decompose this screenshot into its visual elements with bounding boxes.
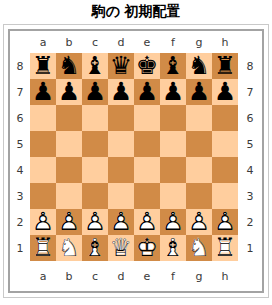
square-b4 bbox=[56, 157, 82, 183]
piece-black-knight-g8: ♞ bbox=[188, 53, 210, 79]
file-label-bottom-b: b bbox=[56, 261, 82, 291]
square-e2: ♟♙ bbox=[134, 209, 160, 235]
square-e5 bbox=[134, 131, 160, 157]
piece-white-pawn-c2: ♟♙ bbox=[82, 209, 108, 235]
square-h3 bbox=[212, 183, 238, 209]
piece-white-pawn-f2: ♟♙ bbox=[160, 209, 186, 235]
rank-label-right-7: 7 bbox=[238, 79, 262, 105]
corner-cell bbox=[10, 261, 30, 291]
file-label-top-f: f bbox=[160, 31, 186, 53]
square-c1: ♝♗ bbox=[82, 235, 108, 261]
rank-label-left-3: 3 bbox=[10, 183, 30, 209]
square-d1: ♛♕ bbox=[108, 235, 134, 261]
piece-black-bishop-f8: ♝ bbox=[162, 53, 184, 79]
square-b6 bbox=[56, 105, 82, 131]
piece-white-pawn-h2: ♟♙ bbox=[212, 209, 238, 235]
piece-black-pawn-f7: ♟ bbox=[162, 79, 184, 105]
piece-black-pawn-c7: ♟ bbox=[84, 79, 106, 105]
square-f2: ♟♙ bbox=[160, 209, 186, 235]
rank-label-left-4: 4 bbox=[10, 157, 30, 183]
square-b8: ♞ bbox=[56, 53, 82, 79]
square-c4 bbox=[82, 157, 108, 183]
piece-white-knight-g1: ♞♘ bbox=[186, 235, 212, 261]
square-a5 bbox=[30, 131, 56, 157]
square-g1: ♞♘ bbox=[186, 235, 212, 261]
rank-label-left-5: 5 bbox=[10, 131, 30, 157]
square-h1: ♜♖ bbox=[212, 235, 238, 261]
piece-white-pawn-a2: ♟♙ bbox=[30, 209, 56, 235]
piece-white-knight-b1: ♞♘ bbox=[56, 235, 82, 261]
square-h2: ♟♙ bbox=[212, 209, 238, 235]
square-a6 bbox=[30, 105, 56, 131]
square-c8: ♝ bbox=[82, 53, 108, 79]
page-title: 駒の 初期配置 bbox=[0, 0, 272, 22]
square-f8: ♝ bbox=[160, 53, 186, 79]
piece-black-queen-d8: ♛ bbox=[110, 53, 132, 79]
square-d6 bbox=[108, 105, 134, 131]
square-c5 bbox=[82, 131, 108, 157]
square-d5 bbox=[108, 131, 134, 157]
piece-white-rook-a1: ♜♖ bbox=[30, 235, 56, 261]
square-f7: ♟ bbox=[160, 79, 186, 105]
square-g4 bbox=[186, 157, 212, 183]
file-label-top-h: h bbox=[212, 31, 238, 53]
square-g7: ♟ bbox=[186, 79, 212, 105]
piece-white-pawn-d2: ♟♙ bbox=[108, 209, 134, 235]
rank-label-left-8: 8 bbox=[10, 53, 30, 79]
file-label-bottom-e: e bbox=[134, 261, 160, 291]
piece-white-queen-d1: ♛♕ bbox=[108, 235, 134, 261]
square-f5 bbox=[160, 131, 186, 157]
square-h7: ♟ bbox=[212, 79, 238, 105]
piece-black-rook-a8: ♜ bbox=[32, 53, 54, 79]
square-g6 bbox=[186, 105, 212, 131]
square-a8: ♜ bbox=[30, 53, 56, 79]
square-e4 bbox=[134, 157, 160, 183]
square-f4 bbox=[160, 157, 186, 183]
piece-white-king-e1: ♚♔ bbox=[134, 235, 160, 261]
piece-black-pawn-d7: ♟ bbox=[110, 79, 132, 105]
square-b7: ♟ bbox=[56, 79, 82, 105]
square-b3 bbox=[56, 183, 82, 209]
piece-black-bishop-c8: ♝ bbox=[84, 53, 106, 79]
file-label-bottom-g: g bbox=[186, 261, 212, 291]
square-c2: ♟♙ bbox=[82, 209, 108, 235]
rank-label-right-5: 5 bbox=[238, 131, 262, 157]
piece-black-pawn-h7: ♟ bbox=[214, 79, 236, 105]
corner-cell bbox=[238, 261, 262, 291]
square-e3 bbox=[134, 183, 160, 209]
rank-label-right-8: 8 bbox=[238, 53, 262, 79]
rank-label-right-4: 4 bbox=[238, 157, 262, 183]
piece-black-pawn-e7: ♟ bbox=[136, 79, 158, 105]
rank-label-right-1: 1 bbox=[238, 235, 262, 261]
rank-label-right-6: 6 bbox=[238, 105, 262, 131]
rank-label-left-7: 7 bbox=[10, 79, 30, 105]
square-c7: ♟ bbox=[82, 79, 108, 105]
square-d4 bbox=[108, 157, 134, 183]
square-g2: ♟♙ bbox=[186, 209, 212, 235]
square-f3 bbox=[160, 183, 186, 209]
piece-black-pawn-g7: ♟ bbox=[188, 79, 210, 105]
piece-black-pawn-b7: ♟ bbox=[58, 79, 80, 105]
square-g5 bbox=[186, 131, 212, 157]
file-label-top-e: e bbox=[134, 31, 160, 53]
square-a1: ♜♖ bbox=[30, 235, 56, 261]
piece-white-bishop-c1: ♝♗ bbox=[82, 235, 108, 261]
file-label-bottom-c: c bbox=[82, 261, 108, 291]
rank-label-left-6: 6 bbox=[10, 105, 30, 131]
file-label-top-a: a bbox=[30, 31, 56, 53]
rank-label-left-1: 1 bbox=[10, 235, 30, 261]
file-label-bottom-a: a bbox=[30, 261, 56, 291]
square-d8: ♛ bbox=[108, 53, 134, 79]
piece-white-bishop-f1: ♝♗ bbox=[160, 235, 186, 261]
piece-white-pawn-e2: ♟♙ bbox=[134, 209, 160, 235]
square-b5 bbox=[56, 131, 82, 157]
piece-black-rook-h8: ♜ bbox=[214, 53, 236, 79]
piece-white-pawn-g2: ♟♙ bbox=[186, 209, 212, 235]
square-d7: ♟ bbox=[108, 79, 134, 105]
file-label-top-b: b bbox=[56, 31, 82, 53]
square-a3 bbox=[30, 183, 56, 209]
square-h4 bbox=[212, 157, 238, 183]
square-b2: ♟♙ bbox=[56, 209, 82, 235]
piece-white-pawn-b2: ♟♙ bbox=[56, 209, 82, 235]
corner-cell bbox=[238, 31, 262, 53]
square-h6 bbox=[212, 105, 238, 131]
file-label-top-g: g bbox=[186, 31, 212, 53]
rank-label-left-2: 2 bbox=[10, 209, 30, 235]
square-d2: ♟♙ bbox=[108, 209, 134, 235]
piece-black-pawn-a7: ♟ bbox=[32, 79, 54, 105]
square-a2: ♟♙ bbox=[30, 209, 56, 235]
square-f1: ♝♗ bbox=[160, 235, 186, 261]
square-h5 bbox=[212, 131, 238, 157]
corner-cell bbox=[10, 31, 30, 53]
file-label-bottom-h: h bbox=[212, 261, 238, 291]
file-label-top-d: d bbox=[108, 31, 134, 53]
square-h8: ♜ bbox=[212, 53, 238, 79]
square-b1: ♞♘ bbox=[56, 235, 82, 261]
rank-label-right-2: 2 bbox=[238, 209, 262, 235]
square-c3 bbox=[82, 183, 108, 209]
piece-black-knight-b8: ♞ bbox=[58, 53, 80, 79]
square-f6 bbox=[160, 105, 186, 131]
chess-board: abcdefgh8♜♞♝♛♚♝♞♜87♟♟♟♟♟♟♟♟7665544332♟♙♟… bbox=[10, 31, 262, 291]
square-e6 bbox=[134, 105, 160, 131]
piece-black-king-e8: ♚ bbox=[136, 53, 158, 79]
piece-white-rook-h1: ♜♖ bbox=[212, 235, 238, 261]
file-label-top-c: c bbox=[82, 31, 108, 53]
rank-label-right-3: 3 bbox=[238, 183, 262, 209]
square-d3 bbox=[108, 183, 134, 209]
diagram-container: abcdefgh8♜♞♝♛♚♝♞♜87♟♟♟♟♟♟♟♟7665544332♟♙♟… bbox=[3, 24, 269, 298]
square-g3 bbox=[186, 183, 212, 209]
square-e1: ♚♔ bbox=[134, 235, 160, 261]
square-a4 bbox=[30, 157, 56, 183]
square-e8: ♚ bbox=[134, 53, 160, 79]
square-g8: ♞ bbox=[186, 53, 212, 79]
square-e7: ♟ bbox=[134, 79, 160, 105]
file-label-bottom-d: d bbox=[108, 261, 134, 291]
square-c6 bbox=[82, 105, 108, 131]
square-a7: ♟ bbox=[30, 79, 56, 105]
file-label-bottom-f: f bbox=[160, 261, 186, 291]
board-frame: abcdefgh8♜♞♝♛♚♝♞♜87♟♟♟♟♟♟♟♟7665544332♟♙♟… bbox=[8, 29, 264, 293]
